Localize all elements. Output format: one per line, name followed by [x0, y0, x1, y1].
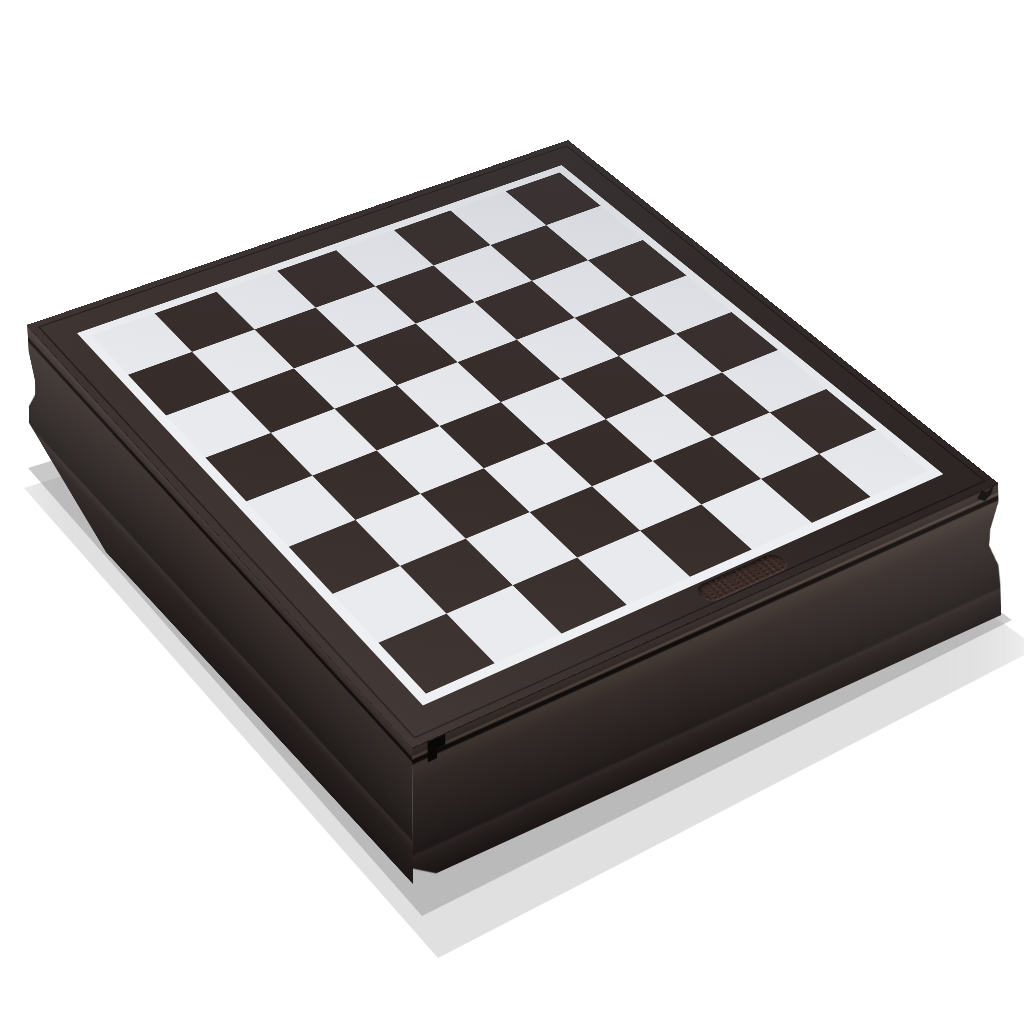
product-photo-scene	[0, 0, 1024, 1024]
